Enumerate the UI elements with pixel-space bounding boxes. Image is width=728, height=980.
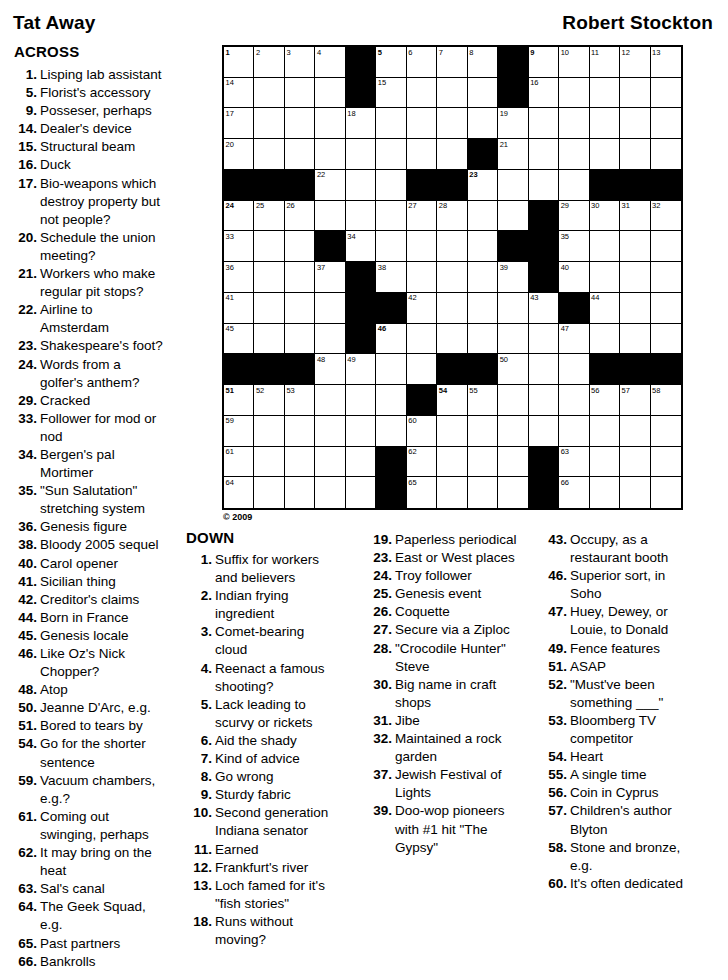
cell-r7c6[interactable] [376,231,406,262]
cell-r15c4[interactable] [315,477,345,508]
cell-number: 45 [226,324,234,333]
cell-r1c13[interactable]: 11 [590,47,620,78]
black-cell-r11c2 [254,354,284,385]
clue-text: Cracked [40,392,190,410]
clue-text: Comet-bearing cloud [215,623,365,659]
cell-r5c6[interactable] [376,170,406,201]
cell-r2c2[interactable] [254,78,284,109]
cell-r9c2[interactable] [254,293,284,324]
cell-r13c2[interactable] [254,416,284,447]
cell-r3c10[interactable]: 19 [498,108,528,139]
cell-r15c1[interactable]: 64 [224,477,254,508]
cell-r14c7[interactable]: 62 [407,447,437,478]
cell-r13c4[interactable] [315,416,345,447]
cell-r9c4[interactable] [315,293,345,324]
black-cell-r6c11 [529,201,559,232]
cell-r2c7[interactable] [407,78,437,109]
clue-number: 47. [540,603,567,621]
down-clue-3: 3.Comet-bearing cloud [185,623,365,659]
black-cell-r11c15 [651,354,681,385]
cell-number: 36 [226,263,234,272]
cell-r3c15[interactable] [651,108,681,139]
cell-r2c6[interactable]: 15 [376,78,406,109]
cell-number: 21 [500,140,508,149]
across-clue-63: 63.Sal's canal [14,880,190,898]
cell-r8c2[interactable] [254,262,284,293]
down-clue-18: 18.Runs without moving? [185,913,365,949]
black-cell-r14c11 [529,447,559,478]
cell-number: 23 [469,170,477,179]
cell-r6c7[interactable]: 27 [407,201,437,232]
black-cell-r4c9 [468,139,498,170]
cell-r15c14[interactable] [620,477,650,508]
cell-r2c8[interactable] [437,78,467,109]
clue-number: 22. [14,301,37,319]
black-cell-r11c14 [620,354,650,385]
cell-r13c12[interactable] [559,416,589,447]
cell-r3c3[interactable] [285,108,315,139]
cell-r12c2[interactable]: 52 [254,385,284,416]
cell-r1c8[interactable]: 7 [437,47,467,78]
cell-r15c8[interactable] [437,477,467,508]
cell-r2c1[interactable]: 14 [224,78,254,109]
cell-r15c2[interactable] [254,477,284,508]
cell-r9c10[interactable] [498,293,528,324]
cell-r5c11[interactable] [529,170,559,201]
cell-number: 32 [652,201,660,210]
down-clue-26: 26.Coquette [365,603,545,621]
cell-r10c15[interactable] [651,324,681,355]
cell-r10c6[interactable]: 46 [376,324,406,355]
clue-number: 46. [540,567,567,585]
cell-r7c1[interactable]: 33 [224,231,254,262]
black-cell-r12c7 [407,385,437,416]
across-clue-33: 33.Follower for mod or nod [14,410,190,446]
cell-number: 53 [286,386,294,395]
clue-number: 45. [14,627,37,645]
clue-text: Aid the shady [215,732,365,750]
down-clue-32: 32.Maintained a rock garden [365,730,545,766]
cell-r8c13[interactable] [590,262,620,293]
cell-r10c7[interactable] [407,324,437,355]
cell-r6c2[interactable]: 25 [254,201,284,232]
cell-r9c13[interactable]: 44 [590,293,620,324]
cell-r12c14[interactable]: 57 [620,385,650,416]
cell-r8c7[interactable] [407,262,437,293]
cell-r4c3[interactable] [285,139,315,170]
clue-number: 3. [185,623,212,641]
clue-number: 58. [540,839,567,857]
cell-r13c15[interactable] [651,416,681,447]
cell-r9c1[interactable]: 41 [224,293,254,324]
cell-r10c13[interactable] [590,324,620,355]
clue-number: 53. [540,712,567,730]
cell-r10c10[interactable] [498,324,528,355]
cell-r13c5[interactable] [346,416,376,447]
clue-number: 61. [14,808,37,826]
cell-r9c8[interactable] [437,293,467,324]
cell-r15c12[interactable]: 66 [559,477,589,508]
across-clue-36: 36.Genesis figure [14,518,190,536]
cell-r14c3[interactable] [285,447,315,478]
clue-number: 7. [185,750,212,768]
copyright-notice: © 2009 [223,512,252,522]
clue-number: 9. [185,786,212,804]
cell-r13c14[interactable] [620,416,650,447]
cell-number: 35 [561,232,569,241]
clue-text: Bio-weapons which destroy property but n… [40,175,190,229]
cell-r13c3[interactable] [285,416,315,447]
cell-number: 8 [469,48,473,57]
cell-number: 30 [591,201,599,210]
cell-r2c3[interactable] [285,78,315,109]
cell-r7c14[interactable] [620,231,650,262]
cell-r2c4[interactable] [315,78,345,109]
cell-r11c10[interactable]: 50 [498,354,528,385]
black-cell-r7c10 [498,231,528,262]
cell-r13c7[interactable]: 60 [407,416,437,447]
cell-r12c11[interactable] [529,385,559,416]
clue-number: 16. [14,156,37,174]
cell-r14c13[interactable] [590,447,620,478]
cell-number: 47 [561,324,569,333]
down-clue-49: 49.Fence features [540,640,726,658]
cell-r15c5[interactable] [346,477,376,508]
cell-r9c3[interactable] [285,293,315,324]
cell-r11c12[interactable] [559,354,589,385]
cell-r6c4[interactable] [315,201,345,232]
cell-r13c1[interactable]: 59 [224,416,254,447]
cell-r15c13[interactable] [590,477,620,508]
puzzle-author: Robert Stockton [562,12,713,34]
cell-r8c8[interactable] [437,262,467,293]
cell-r8c3[interactable] [285,262,315,293]
clue-number: 51. [540,658,567,676]
cell-number: 48 [317,355,325,364]
down-clue-56: 56.Coin in Cyprus [540,784,726,802]
cell-r4c6[interactable] [376,139,406,170]
cell-r14c8[interactable] [437,447,467,478]
cell-r10c11[interactable] [529,324,559,355]
clue-number: 8. [185,768,212,786]
across-clue-45: 45.Genesis locale [14,627,190,645]
cell-r14c14[interactable] [620,447,650,478]
cell-r10c4[interactable] [315,324,345,355]
cell-r3c9[interactable] [468,108,498,139]
black-cell-r5c15 [651,170,681,201]
cell-r10c8[interactable] [437,324,467,355]
clue-text: Earned [215,841,365,859]
cell-r6c3[interactable]: 26 [285,201,315,232]
clue-number: 48. [14,681,37,699]
clue-text: "Sun Salutation" stretching system [40,482,190,518]
cell-number: 12 [622,48,630,57]
clue-text: Dealer's device [40,120,190,138]
clue-number: 65. [14,935,37,953]
cell-r5c5[interactable] [346,170,376,201]
across-clue-59: 59.Vacuum chambers, e.g.? [14,772,190,808]
clue-text: A single time [570,766,726,784]
cell-number: 13 [652,48,660,57]
cell-r5c10[interactable] [498,170,528,201]
cell-r4c15[interactable] [651,139,681,170]
cell-r3c13[interactable] [590,108,620,139]
cell-r14c1[interactable]: 61 [224,447,254,478]
cell-number: 27 [408,201,416,210]
clue-number: 30. [365,676,392,694]
cell-r4c7[interactable] [407,139,437,170]
cell-r3c11[interactable] [529,108,559,139]
cell-number: 57 [622,386,630,395]
cell-r14c2[interactable] [254,447,284,478]
cell-r10c1[interactable]: 45 [224,324,254,355]
cell-r1c9[interactable]: 8 [468,47,498,78]
clue-number: 14. [14,120,37,138]
black-cell-r7c11 [529,231,559,262]
clue-text: Paperless periodical [395,531,545,549]
cell-number: 5 [378,48,382,57]
clue-number: 42. [14,591,37,609]
cell-r6c5[interactable] [346,201,376,232]
cell-r2c11[interactable]: 16 [529,78,559,109]
cell-r14c15[interactable] [651,447,681,478]
cell-r6c9[interactable] [468,201,498,232]
clue-text: Genesis event [395,585,545,603]
clue-text: Kind of advice [215,750,365,768]
cell-r13c8[interactable] [437,416,467,447]
cell-r9c15[interactable] [651,293,681,324]
cell-r2c14[interactable] [620,78,650,109]
clue-number: 49. [540,640,567,658]
cell-r12c10[interactable] [498,385,528,416]
cell-r13c10[interactable] [498,416,528,447]
cell-r6c1[interactable]: 24 [224,201,254,232]
cell-r6c6[interactable] [376,201,406,232]
across-clue-15: 15.Structural beam [14,138,190,156]
cell-r1c15[interactable]: 13 [651,47,681,78]
cell-r12c1[interactable]: 51 [224,385,254,416]
cell-r7c9[interactable] [468,231,498,262]
cell-r4c4[interactable] [315,139,345,170]
cell-r13c9[interactable] [468,416,498,447]
cell-r4c2[interactable] [254,139,284,170]
cell-r4c5[interactable] [346,139,376,170]
cell-r12c12[interactable] [559,385,589,416]
clue-number: 32. [365,730,392,748]
clue-text: Carol opener [40,555,190,573]
across-clue-46: 46.Like Oz's Nick Chopper? [14,645,190,681]
clue-number: 25. [365,585,392,603]
cell-r3c12[interactable] [559,108,589,139]
cell-r1c7[interactable]: 6 [407,47,437,78]
cell-r11c5[interactable]: 49 [346,354,376,385]
cell-r4c8[interactable] [437,139,467,170]
cell-r14c5[interactable] [346,447,376,478]
cell-r10c2[interactable] [254,324,284,355]
cell-r8c4[interactable]: 37 [315,262,345,293]
cell-r7c2[interactable] [254,231,284,262]
down-clue-10: 10.Second generation Indiana senator [185,804,365,840]
black-cell-r5c13 [590,170,620,201]
cell-r9c9[interactable] [468,293,498,324]
cell-number: 63 [561,447,569,456]
cell-r7c7[interactable] [407,231,437,262]
cell-r9c7[interactable]: 42 [407,293,437,324]
black-cell-r11c8 [437,354,467,385]
black-cell-r1c5 [346,47,376,78]
cell-r10c3[interactable] [285,324,315,355]
cell-r5c9[interactable]: 23 [468,170,498,201]
clue-number: 43. [540,531,567,549]
cell-r15c7[interactable]: 65 [407,477,437,508]
cell-r10c14[interactable] [620,324,650,355]
cell-r4c13[interactable] [590,139,620,170]
across-clue-40: 40.Carol opener [14,555,190,573]
cell-r12c4[interactable] [315,385,345,416]
clue-number: 39. [365,802,392,820]
cell-r11c6[interactable] [376,354,406,385]
cell-r11c7[interactable] [407,354,437,385]
cell-r5c12[interactable] [559,170,589,201]
cell-r13c13[interactable] [590,416,620,447]
cell-number: 56 [591,386,599,395]
black-cell-r11c13 [590,354,620,385]
cell-r3c4[interactable] [315,108,345,139]
cell-r12c15[interactable]: 58 [651,385,681,416]
cell-r12c6[interactable] [376,385,406,416]
cell-r7c12[interactable]: 35 [559,231,589,262]
clue-text: Atop [40,681,190,699]
cell-r7c3[interactable] [285,231,315,262]
clue-text: Airline to Amsterdam [40,301,190,337]
clue-number: 19. [365,531,392,549]
cell-r6c8[interactable]: 28 [437,201,467,232]
cell-r5c4[interactable]: 22 [315,170,345,201]
cell-r12c3[interactable]: 53 [285,385,315,416]
clue-number: 29. [14,392,37,410]
cell-r14c4[interactable] [315,447,345,478]
cell-r8c14[interactable] [620,262,650,293]
cell-r12c8[interactable]: 54 [437,385,467,416]
cell-r4c12[interactable] [559,139,589,170]
black-cell-r15c11 [529,477,559,508]
cell-r6c14[interactable]: 31 [620,201,650,232]
cell-r10c12[interactable]: 47 [559,324,589,355]
cell-r12c9[interactable]: 55 [468,385,498,416]
cell-r14c10[interactable] [498,447,528,478]
cell-r2c13[interactable] [590,78,620,109]
cell-r14c9[interactable] [468,447,498,478]
cell-r11c11[interactable] [529,354,559,385]
black-cell-r14c6 [376,447,406,478]
clue-text: Doo-wop pioneers with #1 hit "The Gypsy" [395,802,545,856]
cell-r12c5[interactable] [346,385,376,416]
clue-text: Sal's canal [40,880,190,898]
cell-r8c1[interactable]: 36 [224,262,254,293]
cell-r4c14[interactable] [620,139,650,170]
cell-r1c6[interactable]: 5 [376,47,406,78]
cell-r7c5[interactable]: 34 [346,231,376,262]
clue-number: 18. [185,913,212,931]
cell-r15c10[interactable] [498,477,528,508]
cell-number: 46 [378,324,386,333]
clue-number: 37. [365,766,392,784]
clue-text: Huey, Dewey, or Louie, to Donald [570,603,726,639]
black-cell-r1c10 [498,47,528,78]
cell-r6c10[interactable] [498,201,528,232]
cell-r1c11[interactable]: 9 [529,47,559,78]
cell-r3c1[interactable]: 17 [224,108,254,139]
cell-r9c14[interactable] [620,293,650,324]
clue-text: Stone and bronze, e.g. [570,839,726,875]
cell-number: 31 [622,201,630,210]
cell-r2c12[interactable] [559,78,589,109]
cell-r4c10[interactable]: 21 [498,139,528,170]
cell-r13c11[interactable] [529,416,559,447]
cell-r7c8[interactable] [437,231,467,262]
cell-r9c11[interactable]: 43 [529,293,559,324]
cell-r10c9[interactable] [468,324,498,355]
across-clue-51: 51.Bored to tears by [14,717,190,735]
cell-r1c1[interactable]: 1 [224,47,254,78]
cell-r15c15[interactable] [651,477,681,508]
cell-number: 1 [226,48,230,57]
cell-r1c14[interactable]: 12 [620,47,650,78]
cell-number: 37 [317,263,325,272]
cell-r8c12[interactable]: 40 [559,262,589,293]
cell-r3c5[interactable]: 18 [346,108,376,139]
cell-r8c15[interactable] [651,262,681,293]
cell-r1c4[interactable]: 4 [315,47,345,78]
cell-r8c6[interactable]: 38 [376,262,406,293]
cell-r2c9[interactable] [468,78,498,109]
clue-number: 24. [365,567,392,585]
cell-r4c1[interactable]: 20 [224,139,254,170]
cell-r7c13[interactable] [590,231,620,262]
down-clue-57: 57.Children's author Blyton [540,802,726,838]
cell-r1c12[interactable]: 10 [559,47,589,78]
black-cell-r9c12 [559,293,589,324]
cell-r8c10[interactable]: 39 [498,262,528,293]
cell-r14c12[interactable]: 63 [559,447,589,478]
black-cell-r10c5 [346,324,376,355]
cell-r3c14[interactable] [620,108,650,139]
cell-r13c6[interactable] [376,416,406,447]
across-clue-23: 23.Shakespeare's foot? [14,337,190,355]
cell-r6c13[interactable]: 30 [590,201,620,232]
cell-r1c3[interactable]: 3 [285,47,315,78]
cell-r11c4[interactable]: 48 [315,354,345,385]
cell-r12c13[interactable]: 56 [590,385,620,416]
cell-r1c2[interactable]: 2 [254,47,284,78]
cell-r15c3[interactable] [285,477,315,508]
cell-r4c11[interactable] [529,139,559,170]
cell-r3c2[interactable] [254,108,284,139]
clue-number: 55. [540,766,567,784]
cell-r6c12[interactable]: 29 [559,201,589,232]
cell-r3c8[interactable] [437,108,467,139]
cell-r8c9[interactable] [468,262,498,293]
cell-r3c7[interactable] [407,108,437,139]
clue-text: It's often dedicated [570,875,726,893]
cell-r7c15[interactable] [651,231,681,262]
cell-r3c6[interactable] [376,108,406,139]
clue-text: Jeanne D'Arc, e.g. [40,699,190,717]
cell-r6c15[interactable]: 32 [651,201,681,232]
cell-r2c15[interactable] [651,78,681,109]
clue-text: Go for the shorter sentence [40,735,190,771]
cell-r15c9[interactable] [468,477,498,508]
